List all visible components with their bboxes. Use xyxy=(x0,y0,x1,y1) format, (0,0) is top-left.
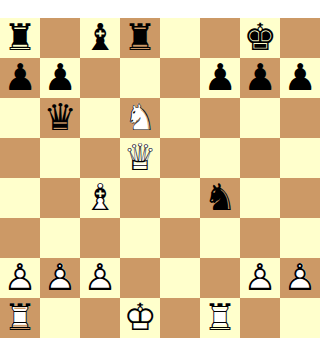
square-c3[interactable] xyxy=(80,218,120,258)
piece-white-pawn: ♟♙ xyxy=(0,258,40,298)
square-a5[interactable] xyxy=(0,138,40,178)
piece-white-pawn: ♟♙ xyxy=(40,258,80,298)
square-d3[interactable] xyxy=(120,218,160,258)
piece-glyph: ♝ xyxy=(80,18,120,58)
piece-glyph: ♚ xyxy=(240,18,280,58)
square-c8[interactable]: ♝ xyxy=(80,18,120,58)
chess-puzzle-window: T1.1822 ♜♝♜♚♟♟♟♟♟♛♞♘♛♕♝♗♞♟♙♟♙♟♙♟♙♟♙♜♖♚♔♜… xyxy=(0,0,320,360)
square-h2[interactable]: ♟♙ xyxy=(280,258,320,298)
square-e8[interactable] xyxy=(160,18,200,58)
square-e4[interactable] xyxy=(160,178,200,218)
piece-outline-glyph: ♙ xyxy=(80,258,120,298)
piece-outline-glyph: ♔ xyxy=(120,298,160,338)
piece-outline-glyph: ♙ xyxy=(40,258,80,298)
square-a7[interactable]: ♟ xyxy=(0,58,40,98)
square-f5[interactable] xyxy=(200,138,240,178)
square-b4[interactable] xyxy=(40,178,80,218)
square-b8[interactable] xyxy=(40,18,80,58)
square-h6[interactable] xyxy=(280,98,320,138)
square-h1[interactable] xyxy=(280,298,320,338)
square-b6[interactable]: ♛ xyxy=(40,98,80,138)
square-f7[interactable]: ♟ xyxy=(200,58,240,98)
piece-white-rook: ♜♖ xyxy=(0,298,40,338)
square-d4[interactable] xyxy=(120,178,160,218)
piece-black-rook: ♜ xyxy=(120,18,160,58)
square-h8[interactable] xyxy=(280,18,320,58)
piece-outline-glyph: ♙ xyxy=(240,258,280,298)
square-f3[interactable] xyxy=(200,218,240,258)
square-e2[interactable] xyxy=(160,258,200,298)
square-b5[interactable] xyxy=(40,138,80,178)
square-b1[interactable] xyxy=(40,298,80,338)
square-h3[interactable] xyxy=(280,218,320,258)
piece-black-bishop: ♝ xyxy=(80,18,120,58)
piece-white-pawn: ♟♙ xyxy=(80,258,120,298)
piece-white-queen: ♛♕ xyxy=(120,138,160,178)
square-g2[interactable]: ♟♙ xyxy=(240,258,280,298)
piece-glyph: ♟ xyxy=(240,58,280,98)
square-b3[interactable] xyxy=(40,218,80,258)
piece-outline-glyph: ♖ xyxy=(0,298,40,338)
square-c6[interactable] xyxy=(80,98,120,138)
square-g3[interactable] xyxy=(240,218,280,258)
piece-black-pawn: ♟ xyxy=(0,58,40,98)
square-f4[interactable]: ♞ xyxy=(200,178,240,218)
square-f1[interactable]: ♜♖ xyxy=(200,298,240,338)
square-f2[interactable] xyxy=(200,258,240,298)
piece-outline-glyph: ♖ xyxy=(200,298,240,338)
square-d2[interactable] xyxy=(120,258,160,298)
square-f6[interactable] xyxy=(200,98,240,138)
piece-black-pawn: ♟ xyxy=(280,58,320,98)
piece-black-rook: ♜ xyxy=(0,18,40,58)
square-a4[interactable] xyxy=(0,178,40,218)
piece-white-rook: ♜♖ xyxy=(200,298,240,338)
piece-black-pawn: ♟ xyxy=(200,58,240,98)
square-c5[interactable] xyxy=(80,138,120,178)
piece-outline-glyph: ♗ xyxy=(80,178,120,218)
square-d1[interactable]: ♚♔ xyxy=(120,298,160,338)
square-e5[interactable] xyxy=(160,138,200,178)
square-e3[interactable] xyxy=(160,218,200,258)
piece-white-bishop: ♝♗ xyxy=(80,178,120,218)
square-a8[interactable]: ♜ xyxy=(0,18,40,58)
square-c4[interactable]: ♝♗ xyxy=(80,178,120,218)
square-g8[interactable]: ♚ xyxy=(240,18,280,58)
piece-glyph: ♞ xyxy=(200,178,240,218)
square-c7[interactable] xyxy=(80,58,120,98)
piece-outline-glyph: ♘ xyxy=(120,98,160,138)
square-a1[interactable]: ♜♖ xyxy=(0,298,40,338)
piece-glyph: ♛ xyxy=(40,98,80,138)
move-prompt-bar: 1. ? xyxy=(0,338,320,360)
piece-white-pawn: ♟♙ xyxy=(240,258,280,298)
square-h4[interactable] xyxy=(280,178,320,218)
square-b7[interactable]: ♟ xyxy=(40,58,80,98)
square-c1[interactable] xyxy=(80,298,120,338)
square-d6[interactable]: ♞♘ xyxy=(120,98,160,138)
square-f8[interactable] xyxy=(200,18,240,58)
piece-black-queen: ♛ xyxy=(40,98,80,138)
piece-outline-glyph: ♕ xyxy=(120,138,160,178)
piece-black-king: ♚ xyxy=(240,18,280,58)
piece-glyph: ♟ xyxy=(280,58,320,98)
square-h7[interactable]: ♟ xyxy=(280,58,320,98)
piece-black-pawn: ♟ xyxy=(240,58,280,98)
square-b2[interactable]: ♟♙ xyxy=(40,258,80,298)
square-g5[interactable] xyxy=(240,138,280,178)
piece-glyph: ♟ xyxy=(40,58,80,98)
square-d8[interactable]: ♜ xyxy=(120,18,160,58)
piece-outline-glyph: ♙ xyxy=(0,258,40,298)
square-c2[interactable]: ♟♙ xyxy=(80,258,120,298)
piece-outline-glyph: ♙ xyxy=(280,258,320,298)
piece-glyph: ♜ xyxy=(0,18,40,58)
square-a3[interactable] xyxy=(0,218,40,258)
square-g4[interactable] xyxy=(240,178,280,218)
square-a6[interactable] xyxy=(0,98,40,138)
square-e6[interactable] xyxy=(160,98,200,138)
square-h5[interactable] xyxy=(280,138,320,178)
piece-glyph: ♜ xyxy=(120,18,160,58)
square-a2[interactable]: ♟♙ xyxy=(0,258,40,298)
square-d5[interactable]: ♛♕ xyxy=(120,138,160,178)
piece-white-king: ♚♔ xyxy=(120,298,160,338)
piece-white-pawn: ♟♙ xyxy=(280,258,320,298)
square-e7[interactable] xyxy=(160,58,200,98)
square-g1[interactable] xyxy=(240,298,280,338)
square-e1[interactable] xyxy=(160,298,200,338)
piece-black-knight: ♞ xyxy=(200,178,240,218)
square-g6[interactable] xyxy=(240,98,280,138)
chess-board: ♜♝♜♚♟♟♟♟♟♛♞♘♛♕♝♗♞♟♙♟♙♟♙♟♙♟♙♜♖♚♔♜♖ xyxy=(0,18,320,338)
piece-glyph: ♟ xyxy=(0,58,40,98)
piece-black-pawn: ♟ xyxy=(40,58,80,98)
square-d7[interactable] xyxy=(120,58,160,98)
square-g7[interactable]: ♟ xyxy=(240,58,280,98)
piece-glyph: ♟ xyxy=(200,58,240,98)
piece-white-knight: ♞♘ xyxy=(120,98,160,138)
